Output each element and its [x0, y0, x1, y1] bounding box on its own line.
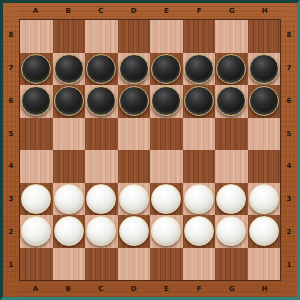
- black-piece[interactable]: [249, 86, 279, 116]
- file-label: G: [216, 3, 249, 19]
- black-piece[interactable]: [86, 86, 116, 116]
- file-label: F: [183, 3, 216, 19]
- black-piece[interactable]: [151, 54, 181, 84]
- rank-label: 5: [281, 117, 297, 150]
- square-b4[interactable]: [53, 150, 86, 183]
- square-d1[interactable]: [118, 248, 151, 281]
- square-h8[interactable]: [248, 20, 281, 53]
- square-e6[interactable]: [150, 85, 183, 118]
- rank-label: 1: [281, 248, 297, 281]
- square-f3[interactable]: [183, 183, 216, 216]
- square-f8[interactable]: [183, 20, 216, 53]
- square-c1[interactable]: [85, 248, 118, 281]
- square-c5[interactable]: [85, 118, 118, 151]
- black-piece[interactable]: [184, 54, 214, 84]
- square-b3[interactable]: [53, 183, 86, 216]
- black-piece[interactable]: [216, 54, 246, 84]
- square-e1[interactable]: [150, 248, 183, 281]
- board-wooden-frame: ABCDEFGH ABCDEFGH 87654321 87654321: [3, 3, 297, 297]
- rank-label: 3: [3, 183, 19, 216]
- square-b5[interactable]: [53, 118, 86, 151]
- square-c7[interactable]: [85, 53, 118, 86]
- file-label: B: [52, 3, 85, 19]
- file-labels-bottom: ABCDEFGH: [19, 281, 281, 297]
- rank-label: 3: [281, 183, 297, 216]
- white-piece[interactable]: [249, 216, 279, 246]
- file-label: A: [19, 281, 52, 297]
- file-label: A: [19, 3, 52, 19]
- square-b6[interactable]: [53, 85, 86, 118]
- rank-label: 4: [3, 150, 19, 183]
- file-label: C: [85, 281, 118, 297]
- file-label: H: [248, 3, 281, 19]
- square-g5[interactable]: [215, 118, 248, 151]
- board-outer-frame: ABCDEFGH ABCDEFGH 87654321 87654321: [0, 0, 300, 300]
- square-e2[interactable]: [150, 215, 183, 248]
- rank-label: 6: [281, 85, 297, 118]
- file-label: C: [85, 3, 118, 19]
- black-piece[interactable]: [54, 54, 84, 84]
- square-e7[interactable]: [150, 53, 183, 86]
- square-f5[interactable]: [183, 118, 216, 151]
- square-c3[interactable]: [85, 183, 118, 216]
- white-piece[interactable]: [86, 216, 116, 246]
- square-h4[interactable]: [248, 150, 281, 183]
- square-g7[interactable]: [215, 53, 248, 86]
- square-h7[interactable]: [248, 53, 281, 86]
- square-h5[interactable]: [248, 118, 281, 151]
- square-d5[interactable]: [118, 118, 151, 151]
- rank-label: 4: [281, 150, 297, 183]
- black-piece[interactable]: [54, 86, 84, 116]
- square-d4[interactable]: [118, 150, 151, 183]
- square-e4[interactable]: [150, 150, 183, 183]
- square-f4[interactable]: [183, 150, 216, 183]
- square-a1[interactable]: [20, 248, 53, 281]
- square-h1[interactable]: [248, 248, 281, 281]
- rank-label: 2: [281, 216, 297, 249]
- rank-labels-right: 87654321: [281, 19, 297, 281]
- file-label: B: [52, 281, 85, 297]
- square-f6[interactable]: [183, 85, 216, 118]
- black-piece[interactable]: [119, 86, 149, 116]
- black-piece[interactable]: [151, 86, 181, 116]
- square-f1[interactable]: [183, 248, 216, 281]
- square-a5[interactable]: [20, 118, 53, 151]
- square-h3[interactable]: [248, 183, 281, 216]
- square-a8[interactable]: [20, 20, 53, 53]
- white-piece[interactable]: [184, 216, 214, 246]
- square-a3[interactable]: [20, 183, 53, 216]
- rank-label: 2: [3, 216, 19, 249]
- black-piece[interactable]: [249, 54, 279, 84]
- white-piece[interactable]: [21, 216, 51, 246]
- file-label: D: [117, 3, 150, 19]
- square-a7[interactable]: [20, 53, 53, 86]
- square-g6[interactable]: [215, 85, 248, 118]
- square-a4[interactable]: [20, 150, 53, 183]
- square-g2[interactable]: [215, 215, 248, 248]
- white-piece[interactable]: [54, 184, 84, 214]
- square-a2[interactable]: [20, 215, 53, 248]
- square-h2[interactable]: [248, 215, 281, 248]
- file-label: H: [248, 281, 281, 297]
- square-c8[interactable]: [85, 20, 118, 53]
- black-piece[interactable]: [119, 54, 149, 84]
- file-label: D: [117, 281, 150, 297]
- square-c4[interactable]: [85, 150, 118, 183]
- file-label: E: [150, 281, 183, 297]
- white-piece[interactable]: [249, 184, 279, 214]
- white-piece[interactable]: [119, 216, 149, 246]
- square-a6[interactable]: [20, 85, 53, 118]
- white-piece[interactable]: [86, 184, 116, 214]
- square-f2[interactable]: [183, 215, 216, 248]
- white-piece[interactable]: [151, 184, 181, 214]
- square-b8[interactable]: [53, 20, 86, 53]
- rank-label: 8: [3, 19, 19, 52]
- rank-label: 8: [281, 19, 297, 52]
- black-piece[interactable]: [21, 86, 51, 116]
- square-d3[interactable]: [118, 183, 151, 216]
- square-e5[interactable]: [150, 118, 183, 151]
- square-b7[interactable]: [53, 53, 86, 86]
- square-d6[interactable]: [118, 85, 151, 118]
- white-piece[interactable]: [216, 184, 246, 214]
- black-piece[interactable]: [86, 54, 116, 84]
- board: [19, 19, 281, 281]
- white-piece[interactable]: [151, 216, 181, 246]
- square-e8[interactable]: [150, 20, 183, 53]
- rank-label: 7: [3, 52, 19, 85]
- square-d2[interactable]: [118, 215, 151, 248]
- white-piece[interactable]: [21, 184, 51, 214]
- square-g1[interactable]: [215, 248, 248, 281]
- square-f7[interactable]: [183, 53, 216, 86]
- black-piece[interactable]: [216, 86, 246, 116]
- rank-label: 7: [281, 52, 297, 85]
- white-piece[interactable]: [216, 216, 246, 246]
- rank-label: 6: [3, 85, 19, 118]
- square-e3[interactable]: [150, 183, 183, 216]
- white-piece[interactable]: [54, 216, 84, 246]
- square-g8[interactable]: [215, 20, 248, 53]
- file-label: F: [183, 281, 216, 297]
- white-piece[interactable]: [119, 184, 149, 214]
- square-d8[interactable]: [118, 20, 151, 53]
- black-piece[interactable]: [184, 86, 214, 116]
- square-b1[interactable]: [53, 248, 86, 281]
- rank-label: 5: [3, 117, 19, 150]
- square-d7[interactable]: [118, 53, 151, 86]
- square-g4[interactable]: [215, 150, 248, 183]
- square-c2[interactable]: [85, 215, 118, 248]
- file-labels-top: ABCDEFGH: [19, 3, 281, 19]
- file-label: E: [150, 3, 183, 19]
- file-label: G: [216, 281, 249, 297]
- square-h6[interactable]: [248, 85, 281, 118]
- rank-label: 1: [3, 248, 19, 281]
- white-piece[interactable]: [184, 184, 214, 214]
- square-c6[interactable]: [85, 85, 118, 118]
- rank-labels-left: 87654321: [3, 19, 19, 281]
- black-piece[interactable]: [21, 54, 51, 84]
- square-g3[interactable]: [215, 183, 248, 216]
- square-b2[interactable]: [53, 215, 86, 248]
